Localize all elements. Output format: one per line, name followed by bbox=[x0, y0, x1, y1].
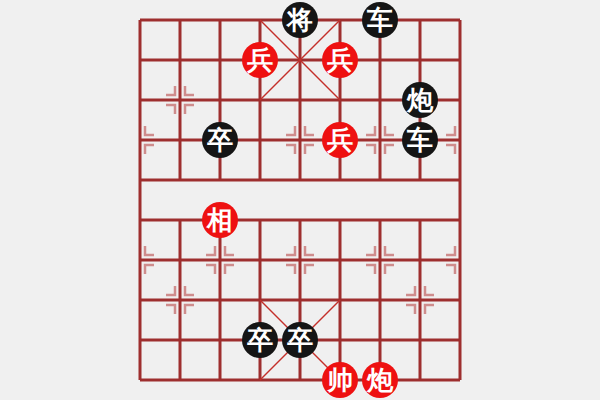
piece-black-soldier[interactable]: 卒 bbox=[282, 322, 318, 358]
piece-black-chariot[interactable]: 车 bbox=[402, 122, 438, 158]
piece-red-general[interactable]: 帅 bbox=[322, 362, 358, 398]
piece-red-soldier[interactable]: 兵 bbox=[242, 42, 278, 78]
piece-red-elephant[interactable]: 相 bbox=[202, 202, 238, 238]
piece-black-soldier[interactable]: 卒 bbox=[242, 322, 278, 358]
piece-black-soldier[interactable]: 卒 bbox=[202, 122, 238, 158]
piece-red-soldier[interactable]: 兵 bbox=[322, 42, 358, 78]
piece-black-chariot[interactable]: 车 bbox=[362, 2, 398, 38]
piece-red-cannon[interactable]: 炮 bbox=[362, 362, 398, 398]
xiangqi-board: 将车兵兵炮卒兵车相卒卒帅炮 bbox=[0, 0, 600, 400]
piece-black-cannon[interactable]: 炮 bbox=[402, 82, 438, 118]
piece-black-general[interactable]: 将 bbox=[282, 2, 318, 38]
piece-red-soldier[interactable]: 兵 bbox=[322, 122, 358, 158]
pieces-layer: 将车兵兵炮卒兵车相卒卒帅炮 bbox=[0, 0, 600, 400]
